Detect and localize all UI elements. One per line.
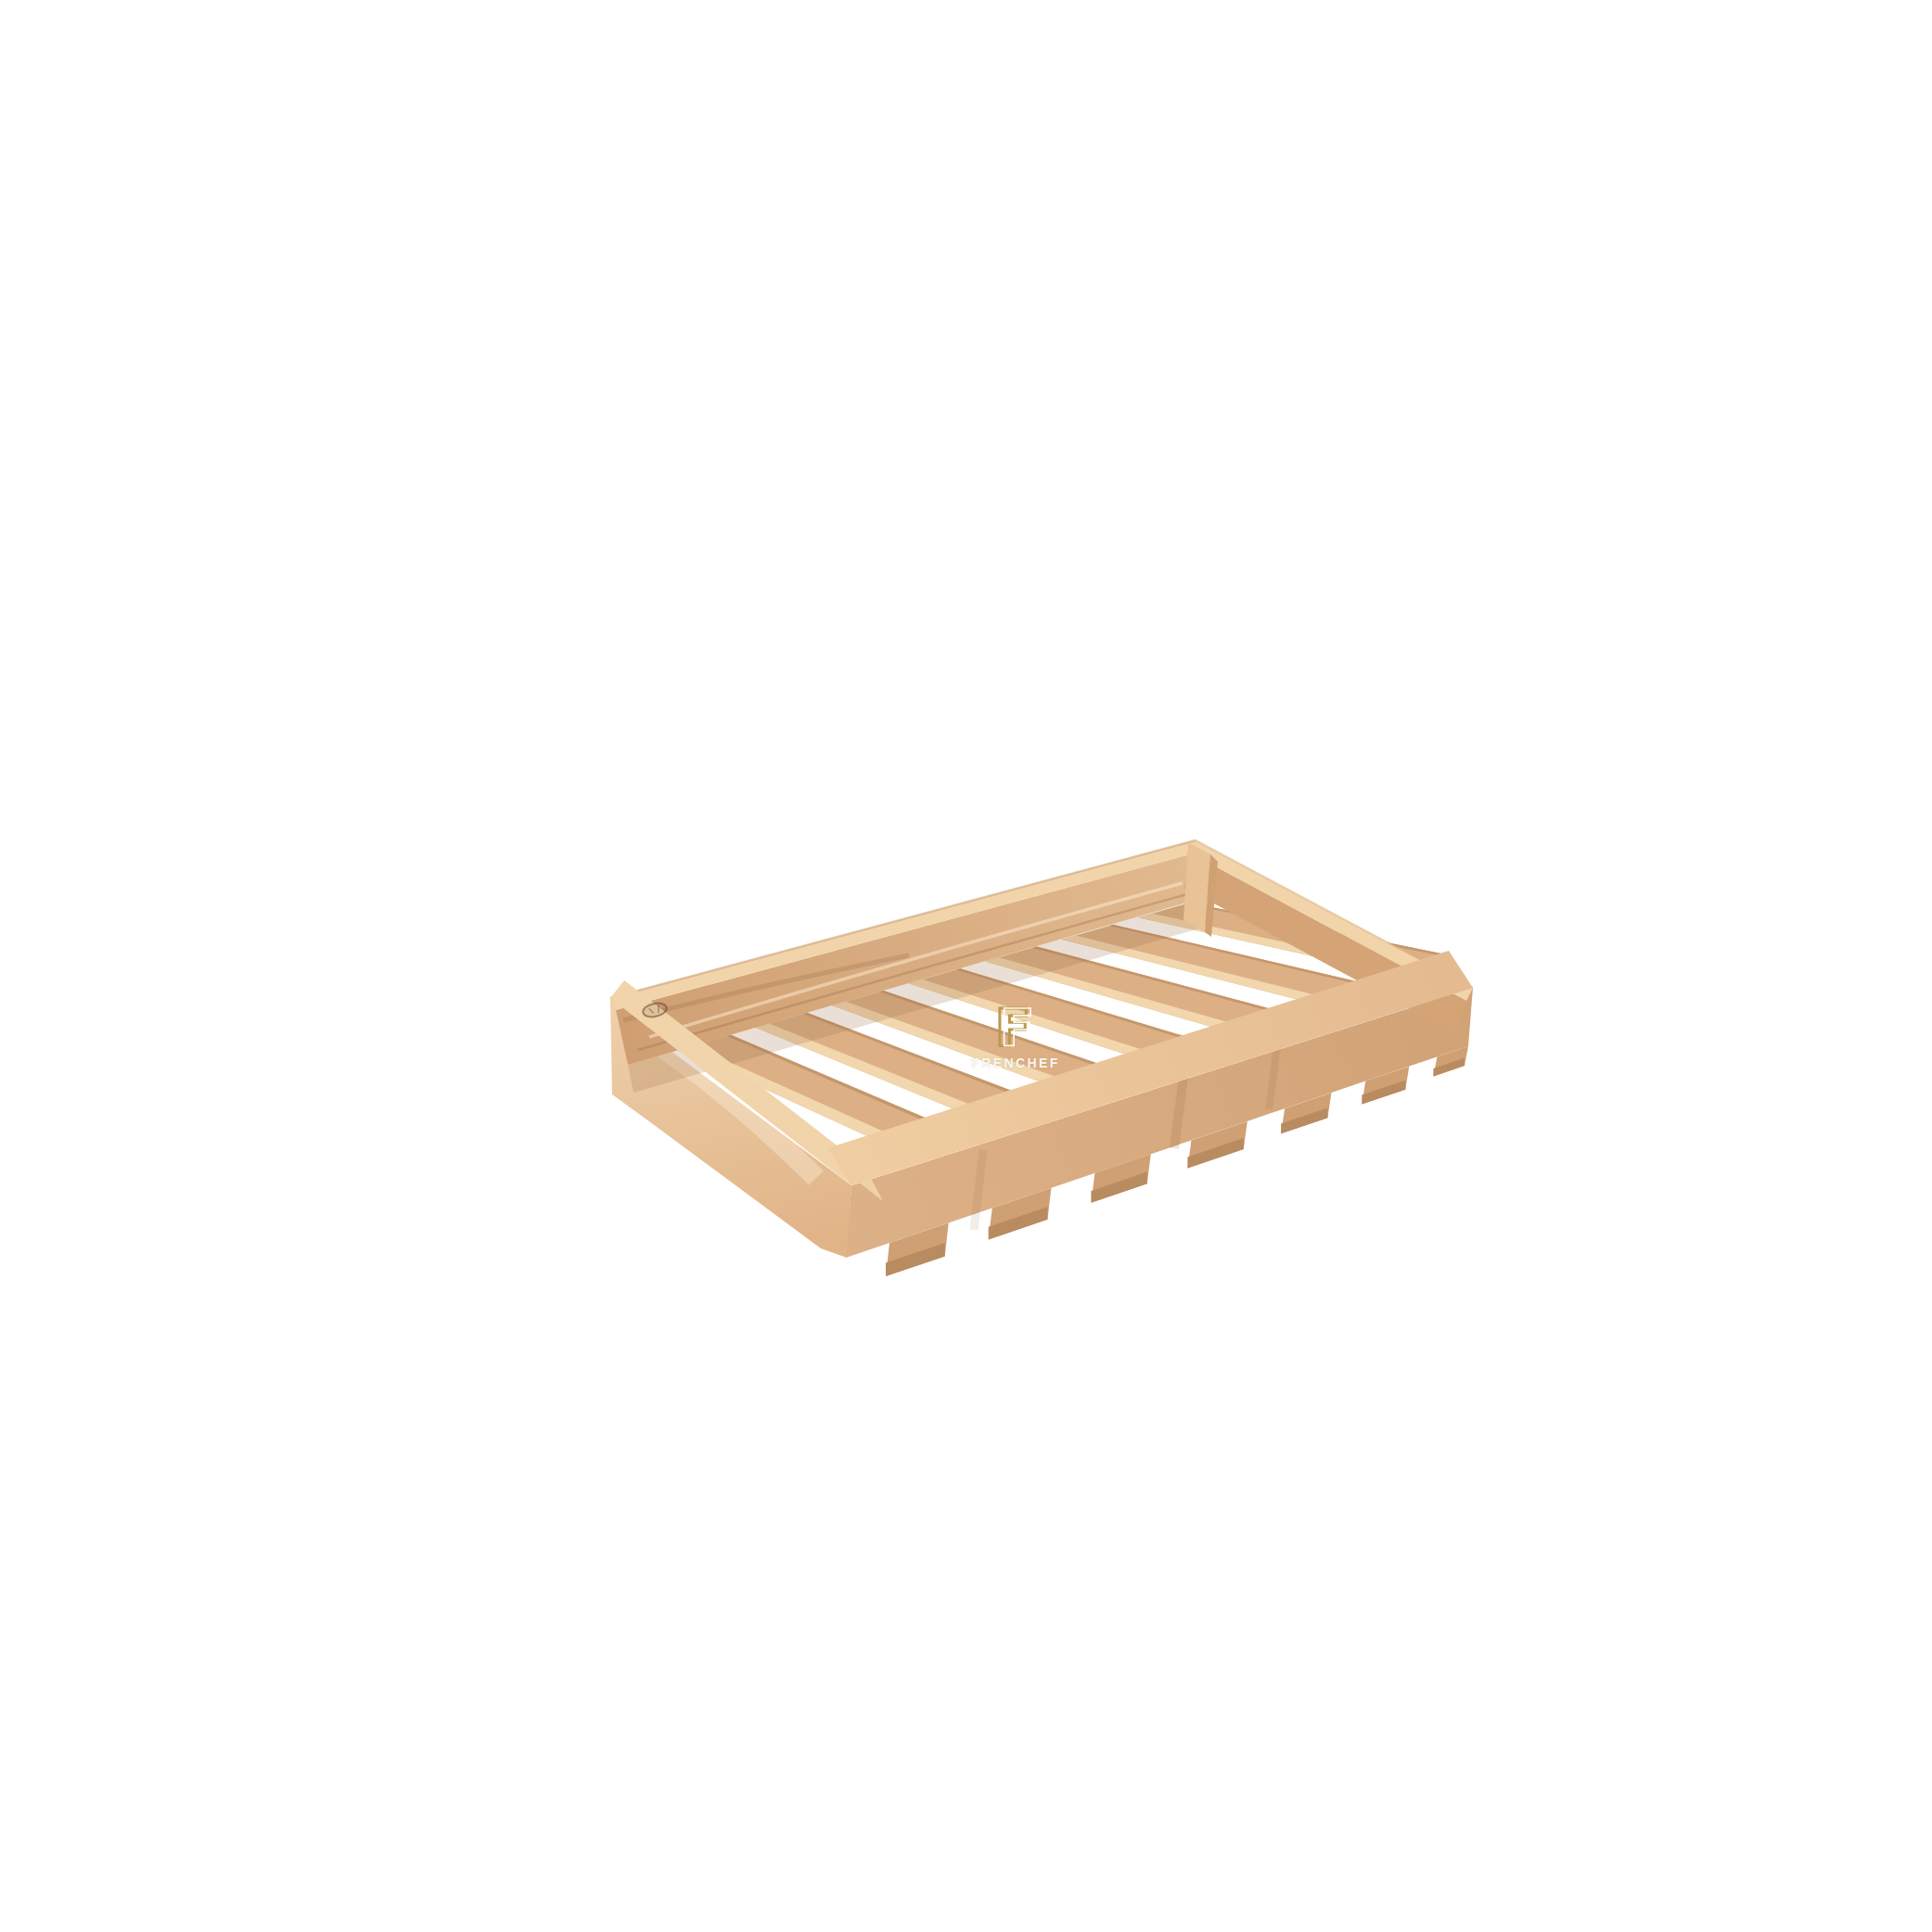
brand-logo-letter-inner: F: [999, 1002, 1034, 1054]
brand-watermark: F F FRENCHEF: [960, 1002, 1071, 1070]
brand-watermark-text: FRENCHEF: [960, 1056, 1071, 1070]
product-photo-canvas: F F FRENCHEF: [0, 0, 1932, 1932]
wooden-tray-illustration: [0, 0, 1932, 1932]
brand-logo: F F: [960, 1002, 1071, 1054]
